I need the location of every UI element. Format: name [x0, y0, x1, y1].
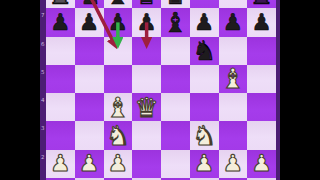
square-a7[interactable]: ♟: [46, 8, 75, 36]
piece-black-pawn[interactable]: ♟: [108, 11, 129, 34]
square-e7[interactable]: ♝: [161, 8, 190, 36]
square-g6[interactable]: [219, 37, 248, 65]
square-b6[interactable]: [75, 37, 104, 65]
piece-white-pawn[interactable]: ♟: [251, 152, 272, 175]
piece-black-queen[interactable]: ♛: [135, 0, 159, 8]
piece-white-queen[interactable]: ♛: [135, 94, 159, 121]
square-h4[interactable]: [247, 93, 276, 121]
square-g3[interactable]: [219, 121, 248, 149]
square-e5[interactable]: [161, 65, 190, 93]
rank-label-7: 7: [41, 13, 46, 18]
square-f2[interactable]: ♟: [190, 150, 219, 178]
rank-label-5: 5: [41, 70, 46, 75]
square-b4[interactable]: [75, 93, 104, 121]
square-e1[interactable]: ♚: [161, 178, 190, 180]
square-b2[interactable]: ♟: [75, 150, 104, 178]
piece-white-rook[interactable]: ♜: [250, 178, 274, 180]
piece-white-pawn[interactable]: ♟: [50, 152, 71, 175]
rank-label-4: 4: [41, 98, 46, 103]
square-b7[interactable]: ♟: [75, 8, 104, 36]
square-f4[interactable]: [190, 93, 219, 121]
piece-black-bishop[interactable]: ♝: [163, 9, 187, 36]
square-h8[interactable]: ♜: [247, 0, 276, 8]
square-c8[interactable]: ♝: [104, 0, 133, 8]
square-d4[interactable]: ♛: [132, 93, 161, 121]
piece-white-rook[interactable]: ♜: [48, 178, 72, 180]
square-g7[interactable]: ♟: [219, 8, 248, 36]
square-d3[interactable]: [132, 121, 161, 149]
square-h2[interactable]: ♟: [247, 150, 276, 178]
piece-black-pawn[interactable]: ♟: [223, 11, 244, 34]
piece-black-bishop[interactable]: ♝: [106, 0, 130, 8]
piece-black-pawn[interactable]: ♟: [251, 11, 272, 34]
square-g8[interactable]: [219, 0, 248, 8]
piece-black-rook[interactable]: ♜: [250, 0, 274, 8]
square-a6[interactable]: [46, 37, 75, 65]
square-g4[interactable]: [219, 93, 248, 121]
square-b1[interactable]: [75, 178, 104, 180]
square-h1[interactable]: ♜: [247, 178, 276, 180]
square-e2[interactable]: [161, 150, 190, 178]
square-f7[interactable]: ♟: [190, 8, 219, 36]
piece-white-bishop[interactable]: ♝: [106, 94, 130, 121]
square-h7[interactable]: ♟: [247, 8, 276, 36]
square-c7[interactable]: ♟: [104, 8, 133, 36]
square-d8[interactable]: ♛: [132, 0, 161, 8]
square-b3[interactable]: [75, 121, 104, 149]
board-squares: ♜♞♝♛♚♜♟♟♟♟♝♟♟♟♞♝♝♛♞♞♟♟♟♟♟♟♜♚♜: [46, 0, 276, 180]
square-h6[interactable]: [247, 37, 276, 65]
piece-black-knight[interactable]: ♞: [192, 37, 216, 64]
square-e4[interactable]: [161, 93, 190, 121]
square-d7[interactable]: ♟: [132, 8, 161, 36]
square-c3[interactable]: ♞: [104, 121, 133, 149]
rank-label-3: 3: [41, 126, 46, 131]
piece-white-pawn[interactable]: ♟: [108, 152, 129, 175]
piece-white-bishop[interactable]: ♝: [221, 65, 245, 92]
square-c1[interactable]: [104, 178, 133, 180]
piece-black-pawn[interactable]: ♟: [79, 11, 100, 34]
piece-white-knight[interactable]: ♞: [106, 122, 130, 149]
chess-board[interactable]: ♜♞♝♛♚♜♟♟♟♟♝♟♟♟♞♝♝♛♞♞♟♟♟♟♟♟♜♚♜ 87654321: [40, 0, 280, 180]
square-f6[interactable]: ♞: [190, 37, 219, 65]
square-g5[interactable]: ♝: [219, 65, 248, 93]
square-f3[interactable]: ♞: [190, 121, 219, 149]
square-e3[interactable]: [161, 121, 190, 149]
square-a3[interactable]: [46, 121, 75, 149]
piece-white-knight[interactable]: ♞: [192, 122, 216, 149]
square-f1[interactable]: [190, 178, 219, 180]
piece-white-pawn[interactable]: ♟: [194, 152, 215, 175]
rank-label-6: 6: [41, 42, 46, 47]
square-a1[interactable]: ♜: [46, 178, 75, 180]
square-f5[interactable]: [190, 65, 219, 93]
square-c2[interactable]: ♟: [104, 150, 133, 178]
square-a2[interactable]: ♟: [46, 150, 75, 178]
piece-black-pawn[interactable]: ♟: [136, 11, 157, 34]
square-h5[interactable]: [247, 65, 276, 93]
piece-black-pawn[interactable]: ♟: [50, 11, 71, 34]
piece-black-pawn[interactable]: ♟: [194, 11, 215, 34]
piece-white-king[interactable]: ♚: [163, 178, 187, 180]
square-c6[interactable]: [104, 37, 133, 65]
square-a4[interactable]: [46, 93, 75, 121]
square-b8[interactable]: ♞: [75, 0, 104, 8]
square-d6[interactable]: [132, 37, 161, 65]
video-frame: ♜♞♝♛♚♜♟♟♟♟♝♟♟♟♞♝♝♛♞♞♟♟♟♟♟♟♜♚♜ 87654321: [0, 0, 320, 180]
rank-label-2: 2: [41, 155, 46, 160]
square-f8[interactable]: [190, 0, 219, 8]
square-b5[interactable]: [75, 65, 104, 93]
piece-black-knight[interactable]: ♞: [77, 0, 101, 8]
square-e6[interactable]: [161, 37, 190, 65]
square-g2[interactable]: ♟: [219, 150, 248, 178]
square-h3[interactable]: [247, 121, 276, 149]
square-d5[interactable]: [132, 65, 161, 93]
piece-white-pawn[interactable]: ♟: [223, 152, 244, 175]
piece-black-rook[interactable]: ♜: [48, 0, 72, 8]
square-a8[interactable]: ♜: [46, 0, 75, 8]
square-c4[interactable]: ♝: [104, 93, 133, 121]
square-g1[interactable]: [219, 178, 248, 180]
square-a5[interactable]: [46, 65, 75, 93]
square-d2[interactable]: [132, 150, 161, 178]
piece-white-pawn[interactable]: ♟: [79, 152, 100, 175]
square-c5[interactable]: [104, 65, 133, 93]
square-d1[interactable]: [132, 178, 161, 180]
